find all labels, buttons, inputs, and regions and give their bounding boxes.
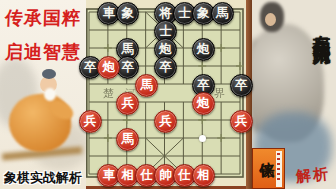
left-panel: 传承国粹 启迪智慧 象棋实战解析 [0, 0, 86, 189]
hair-shape [42, 69, 56, 79]
piece-red[interactable]: 兵 [79, 110, 102, 133]
piece-black[interactable]: 卒 [230, 74, 253, 97]
vertical-title: 布局套路飛刀 [309, 20, 333, 39]
title-line-1: 传承国粹 [0, 6, 86, 30]
thumbnail: 传承国粹 启迪智慧 象棋实战解析 楚 河 界 車象将士象馬士馬炮炮卒卒卒卒卒炮馬… [0, 0, 336, 189]
title-line-2: 启迪智慧 [0, 40, 86, 64]
piece-red[interactable]: 炮 [97, 56, 120, 79]
xiangqi-board: 楚 河 界 車象将士象馬士馬炮炮卒卒卒卒卒炮馬兵炮兵兵兵馬車相仕帥仕相 [86, 0, 252, 189]
pieces-layer: 車象将士象馬士馬炮炮卒卒卒卒卒炮馬兵炮兵兵兵馬車相仕帥仕相 [86, 0, 252, 189]
piece-black[interactable]: 馬 [211, 2, 234, 25]
piece-red[interactable]: 馬 [116, 128, 139, 151]
piece-black[interactable]: 象 [116, 2, 139, 25]
logo-banner: 侠铭 [252, 148, 285, 189]
piece-red[interactable]: 相 [192, 164, 215, 187]
piece-red[interactable]: 馬 [135, 74, 158, 97]
piece-red[interactable]: 兵 [230, 110, 253, 133]
piece-black[interactable]: 炮 [192, 38, 215, 61]
caption: 象棋实战解析 [0, 169, 86, 187]
banner-side-strip [276, 151, 282, 187]
piece-red[interactable]: 兵 [154, 110, 177, 133]
banner-text: 侠铭 [256, 150, 275, 153]
beard-shape [44, 88, 56, 101]
right-panel: 布局套路飛刀 解析 侠铭 [252, 0, 336, 189]
ink-figure-face [265, 13, 276, 26]
subtitle-jiexi: 解析 [295, 165, 331, 187]
piece-black[interactable]: 卒 [154, 56, 177, 79]
oldman-illustration [0, 68, 86, 168]
last-move-marker [199, 135, 206, 142]
robe-shape [6, 91, 74, 155]
piece-red[interactable]: 兵 [116, 92, 139, 115]
piece-red[interactable]: 炮 [192, 92, 215, 115]
